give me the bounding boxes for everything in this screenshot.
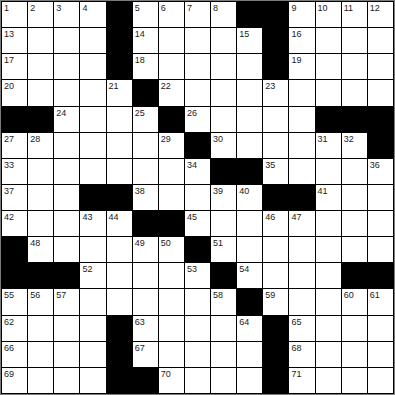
black-cell-r10c1 xyxy=(2,237,27,262)
clue-number-13: 13 xyxy=(4,29,14,39)
black-cell-r5c15 xyxy=(368,107,393,132)
cell-r12c3[interactable]: 57 xyxy=(54,289,79,314)
cell-r13c12[interactable]: 65 xyxy=(289,316,314,341)
cell-r9c8[interactable]: 45 xyxy=(185,211,210,236)
clue-number-10: 10 xyxy=(318,3,328,13)
cell-r14c4[interactable] xyxy=(80,342,105,367)
cell-r4c3[interactable] xyxy=(54,80,79,105)
cell-r1c7[interactable]: 6 xyxy=(159,2,184,27)
cell-r10c14[interactable] xyxy=(342,237,367,262)
cell-r2c9[interactable] xyxy=(211,28,236,53)
black-cell-r10c8 xyxy=(185,237,210,262)
cell-r7c2[interactable] xyxy=(28,159,53,184)
black-cell-r7c10 xyxy=(237,159,262,184)
cell-r6c11[interactable] xyxy=(263,133,288,158)
clue-number-55: 55 xyxy=(4,290,14,300)
cell-r5c12[interactable] xyxy=(289,107,314,132)
cell-r11c8[interactable]: 53 xyxy=(185,263,210,288)
cell-r6c12[interactable] xyxy=(289,133,314,158)
clue-number-54: 54 xyxy=(239,264,249,274)
cell-r12c11[interactable]: 59 xyxy=(263,289,288,314)
cell-r10c7[interactable]: 50 xyxy=(159,237,184,262)
cell-r7c4[interactable] xyxy=(80,159,105,184)
cell-r6c10[interactable] xyxy=(237,133,262,158)
cell-r14c1[interactable]: 66 xyxy=(2,342,27,367)
clue-number-52: 52 xyxy=(82,264,92,274)
cell-r10c13[interactable] xyxy=(316,237,341,262)
cell-r8c15[interactable] xyxy=(368,185,393,210)
clue-number-27: 27 xyxy=(4,134,14,144)
cell-r2c14[interactable] xyxy=(342,28,367,53)
cell-r9c11[interactable]: 46 xyxy=(263,211,288,236)
cell-r4c8[interactable] xyxy=(185,80,210,105)
black-cell-r11c3 xyxy=(54,263,79,288)
clue-number-21: 21 xyxy=(109,81,119,91)
cell-r12c15[interactable]: 61 xyxy=(368,289,393,314)
cell-r10c5[interactable] xyxy=(107,237,132,262)
cell-r7c7[interactable] xyxy=(159,159,184,184)
cell-r1c9[interactable]: 8 xyxy=(211,2,236,27)
cell-r13c7[interactable] xyxy=(159,316,184,341)
clue-number-66: 66 xyxy=(4,343,14,353)
black-cell-r13c11 xyxy=(263,316,288,341)
cell-r4c4[interactable] xyxy=(80,80,105,105)
cell-r5c6[interactable]: 25 xyxy=(133,107,158,132)
clue-number-60: 60 xyxy=(344,290,354,300)
clue-number-62: 62 xyxy=(4,317,14,327)
cell-r8c8[interactable] xyxy=(185,185,210,210)
cell-r4c2[interactable] xyxy=(28,80,53,105)
cell-r13c13[interactable] xyxy=(316,316,341,341)
cell-r9c9[interactable] xyxy=(211,211,236,236)
black-cell-r13c5 xyxy=(107,316,132,341)
cell-r10c11[interactable] xyxy=(263,237,288,262)
cell-r2c8[interactable] xyxy=(185,28,210,53)
cell-r15c10[interactable] xyxy=(237,368,262,393)
cell-r15c7[interactable]: 70 xyxy=(159,368,184,393)
black-cell-r8c4 xyxy=(80,185,105,210)
cell-r10c15[interactable] xyxy=(368,237,393,262)
black-cell-r5c2 xyxy=(28,107,53,132)
cell-r3c7[interactable] xyxy=(159,54,184,79)
black-cell-r15c6 xyxy=(133,368,158,393)
black-cell-r8c5 xyxy=(107,185,132,210)
cell-r6c7[interactable]: 29 xyxy=(159,133,184,158)
clue-number-17: 17 xyxy=(4,55,14,65)
cell-r15c14[interactable] xyxy=(342,368,367,393)
black-cell-r6c8 xyxy=(185,133,210,158)
cell-r14c6[interactable]: 67 xyxy=(133,342,158,367)
cell-r9c3[interactable] xyxy=(54,211,79,236)
cell-r1c8[interactable]: 7 xyxy=(185,2,210,27)
clue-number-23: 23 xyxy=(265,81,275,91)
clue-number-46: 46 xyxy=(265,212,275,222)
black-cell-r11c2 xyxy=(28,263,53,288)
clue-number-30: 30 xyxy=(213,134,223,144)
cell-r12c5[interactable] xyxy=(107,289,132,314)
cell-r15c15[interactable] xyxy=(368,368,393,393)
cell-r3c8[interactable] xyxy=(185,54,210,79)
cell-r9c13[interactable] xyxy=(316,211,341,236)
cell-r6c9[interactable]: 30 xyxy=(211,133,236,158)
cell-r7c11[interactable]: 35 xyxy=(263,159,288,184)
clue-number-22: 22 xyxy=(161,81,171,91)
clue-number-18: 18 xyxy=(135,55,145,65)
clue-number-15: 15 xyxy=(239,29,249,39)
black-cell-r5c13 xyxy=(316,107,341,132)
cell-r2c2[interactable] xyxy=(28,28,53,53)
cell-r10c6[interactable]: 49 xyxy=(133,237,158,262)
clue-number-70: 70 xyxy=(161,369,171,379)
clue-number-20: 20 xyxy=(4,81,14,91)
cell-r10c2[interactable]: 48 xyxy=(28,237,53,262)
cell-r2c7[interactable] xyxy=(159,28,184,53)
cell-r11c11[interactable] xyxy=(263,263,288,288)
cell-r1c6[interactable]: 5 xyxy=(133,2,158,27)
cell-r8c14[interactable] xyxy=(342,185,367,210)
clue-number-63: 63 xyxy=(135,317,145,327)
clue-number-41: 41 xyxy=(318,186,328,196)
cell-r12c2[interactable]: 56 xyxy=(28,289,53,314)
cell-r12c9[interactable]: 58 xyxy=(211,289,236,314)
clue-number-28: 28 xyxy=(30,134,40,144)
cell-r14c13[interactable] xyxy=(316,342,341,367)
black-cell-r1c5 xyxy=(107,2,132,27)
cell-r8c1[interactable]: 37 xyxy=(2,185,27,210)
cell-r6c13[interactable]: 31 xyxy=(316,133,341,158)
cell-r1c12[interactable]: 9 xyxy=(289,2,314,27)
cell-r2c12[interactable]: 16 xyxy=(289,28,314,53)
clue-number-59: 59 xyxy=(265,290,275,300)
clue-number-5: 5 xyxy=(135,3,140,13)
clue-number-8: 8 xyxy=(213,3,218,13)
cell-r15c8[interactable] xyxy=(185,368,210,393)
black-cell-r12c10 xyxy=(237,289,262,314)
clue-number-12: 12 xyxy=(370,3,380,13)
cell-r12c12[interactable] xyxy=(289,289,314,314)
clue-number-64: 64 xyxy=(239,317,249,327)
cell-r3c1[interactable]: 17 xyxy=(2,54,27,79)
cell-r13c8[interactable] xyxy=(185,316,210,341)
clue-number-29: 29 xyxy=(161,134,171,144)
cell-r11c7[interactable] xyxy=(159,263,184,288)
cell-r15c13[interactable] xyxy=(316,368,341,393)
cell-r8c9[interactable]: 39 xyxy=(211,185,236,210)
black-cell-r3c5 xyxy=(107,54,132,79)
cell-r4c13[interactable] xyxy=(316,80,341,105)
clue-number-25: 25 xyxy=(135,108,145,118)
cell-r3c14[interactable] xyxy=(342,54,367,79)
black-cell-r5c7 xyxy=(159,107,184,132)
cell-r5c3[interactable]: 24 xyxy=(54,107,79,132)
cell-r2c3[interactable] xyxy=(54,28,79,53)
black-cell-r2c11 xyxy=(263,28,288,53)
clue-number-51: 51 xyxy=(213,238,223,248)
clue-number-69: 69 xyxy=(4,369,14,379)
clue-number-26: 26 xyxy=(187,108,197,118)
black-cell-r8c11 xyxy=(263,185,288,210)
clue-number-2: 2 xyxy=(30,3,35,13)
cell-r6c1[interactable]: 27 xyxy=(2,133,27,158)
cell-r13c9[interactable] xyxy=(211,316,236,341)
black-cell-r11c9 xyxy=(211,263,236,288)
cell-r4c15[interactable] xyxy=(368,80,393,105)
black-cell-r1c11 xyxy=(263,2,288,27)
cell-r8c7[interactable] xyxy=(159,185,184,210)
cell-r7c3[interactable] xyxy=(54,159,79,184)
clue-number-31: 31 xyxy=(318,134,328,144)
cell-r9c5[interactable]: 44 xyxy=(107,211,132,236)
black-cell-r7c9 xyxy=(211,159,236,184)
black-cell-r9c7 xyxy=(159,211,184,236)
cell-r1c15[interactable]: 12 xyxy=(368,2,393,27)
clue-number-38: 38 xyxy=(135,186,145,196)
cell-r3c15[interactable] xyxy=(368,54,393,79)
clue-number-67: 67 xyxy=(135,343,145,353)
cell-r1c4[interactable]: 4 xyxy=(80,2,105,27)
clue-number-4: 4 xyxy=(82,3,87,13)
cell-r14c7[interactable] xyxy=(159,342,184,367)
cell-r3c9[interactable] xyxy=(211,54,236,79)
clue-number-33: 33 xyxy=(4,160,14,170)
cell-r7c13[interactable] xyxy=(316,159,341,184)
black-cell-r11c15 xyxy=(368,263,393,288)
cell-r10c4[interactable] xyxy=(80,237,105,262)
cell-r14c14[interactable] xyxy=(342,342,367,367)
clue-number-32: 32 xyxy=(344,134,354,144)
cell-r10c10[interactable] xyxy=(237,237,262,262)
cell-r14c15[interactable] xyxy=(368,342,393,367)
cell-r8c2[interactable] xyxy=(28,185,53,210)
cell-r5c10[interactable] xyxy=(237,107,262,132)
cell-r6c2[interactable]: 28 xyxy=(28,133,53,158)
cell-r4c5[interactable]: 21 xyxy=(107,80,132,105)
crossword-board: 1234567891011121314151617181920212223242… xyxy=(0,0,395,395)
cell-r7c6[interactable] xyxy=(133,159,158,184)
clue-number-61: 61 xyxy=(370,290,380,300)
cell-r7c5[interactable] xyxy=(107,159,132,184)
cell-r3c3[interactable] xyxy=(54,54,79,79)
cell-r10c12[interactable] xyxy=(289,237,314,262)
clue-number-36: 36 xyxy=(370,160,380,170)
clue-number-16: 16 xyxy=(291,29,301,39)
cell-r6c4[interactable] xyxy=(80,133,105,158)
cell-r4c7[interactable]: 22 xyxy=(159,80,184,105)
cell-r9c4[interactable]: 43 xyxy=(80,211,105,236)
cell-r1c1[interactable]: 1 xyxy=(2,2,27,27)
cell-r14c9[interactable] xyxy=(211,342,236,367)
cell-r9c12[interactable]: 47 xyxy=(289,211,314,236)
cell-r13c1[interactable]: 62 xyxy=(2,316,27,341)
cell-r8c13[interactable]: 41 xyxy=(316,185,341,210)
cell-r11c13[interactable] xyxy=(316,263,341,288)
black-cell-r14c5 xyxy=(107,342,132,367)
cell-r13c15[interactable] xyxy=(368,316,393,341)
clue-number-44: 44 xyxy=(109,212,119,222)
cell-r10c9[interactable]: 51 xyxy=(211,237,236,262)
clue-number-56: 56 xyxy=(30,290,40,300)
cell-r2c10[interactable]: 15 xyxy=(237,28,262,53)
cell-r4c10[interactable] xyxy=(237,80,262,105)
cell-r10c3[interactable] xyxy=(54,237,79,262)
clue-number-58: 58 xyxy=(213,290,223,300)
cell-r5c8[interactable]: 26 xyxy=(185,107,210,132)
clue-number-3: 3 xyxy=(56,3,61,13)
cell-r15c1[interactable]: 69 xyxy=(2,368,27,393)
clue-number-65: 65 xyxy=(291,317,301,327)
cell-r9c15[interactable] xyxy=(368,211,393,236)
cell-r1c2[interactable]: 2 xyxy=(28,2,53,27)
cell-r2c4[interactable] xyxy=(80,28,105,53)
cell-r3c6[interactable]: 18 xyxy=(133,54,158,79)
cell-r8c10[interactable]: 40 xyxy=(237,185,262,210)
cell-r7c1[interactable]: 33 xyxy=(2,159,27,184)
clue-number-71: 71 xyxy=(291,369,301,379)
clue-number-39: 39 xyxy=(213,186,223,196)
cell-r14c12[interactable]: 68 xyxy=(289,342,314,367)
black-cell-r6c15 xyxy=(368,133,393,158)
cell-r9c10[interactable] xyxy=(237,211,262,236)
cell-r11c6[interactable] xyxy=(133,263,158,288)
cell-r5c4[interactable] xyxy=(80,107,105,132)
clue-number-40: 40 xyxy=(239,186,249,196)
clue-number-7: 7 xyxy=(187,3,192,13)
cell-r15c9[interactable] xyxy=(211,368,236,393)
cell-r8c3[interactable] xyxy=(54,185,79,210)
clue-number-57: 57 xyxy=(56,290,66,300)
cell-r3c13[interactable] xyxy=(316,54,341,79)
cell-r6c6[interactable] xyxy=(133,133,158,158)
cell-r7c15[interactable]: 36 xyxy=(368,159,393,184)
cell-r5c9[interactable] xyxy=(211,107,236,132)
cell-r5c11[interactable] xyxy=(263,107,288,132)
cell-r1c14[interactable]: 11 xyxy=(342,2,367,27)
clue-number-37: 37 xyxy=(4,186,14,196)
cell-r5c5[interactable] xyxy=(107,107,132,132)
cell-r12c6[interactable] xyxy=(133,289,158,314)
cell-r14c3[interactable] xyxy=(54,342,79,367)
black-cell-r4c6 xyxy=(133,80,158,105)
cell-r13c14[interactable] xyxy=(342,316,367,341)
cell-r12c4[interactable] xyxy=(80,289,105,314)
clue-number-6: 6 xyxy=(161,3,166,13)
black-cell-r11c1 xyxy=(2,263,27,288)
cell-r3c12[interactable]: 19 xyxy=(289,54,314,79)
clue-number-42: 42 xyxy=(4,212,14,222)
black-cell-r14c11 xyxy=(263,342,288,367)
clue-number-43: 43 xyxy=(82,212,92,222)
cell-r14c8[interactable] xyxy=(185,342,210,367)
black-cell-r3c11 xyxy=(263,54,288,79)
clue-number-49: 49 xyxy=(135,238,145,248)
clue-number-48: 48 xyxy=(30,238,40,248)
cell-r9c1[interactable]: 42 xyxy=(2,211,27,236)
black-cell-r15c5 xyxy=(107,368,132,393)
cell-r11c5[interactable] xyxy=(107,263,132,288)
cell-r7c12[interactable] xyxy=(289,159,314,184)
clue-number-47: 47 xyxy=(291,212,301,222)
clue-number-45: 45 xyxy=(187,212,197,222)
black-cell-r1c10 xyxy=(237,2,262,27)
clue-number-68: 68 xyxy=(291,343,301,353)
cell-r4c1[interactable]: 20 xyxy=(2,80,27,105)
cell-r15c12[interactable]: 71 xyxy=(289,368,314,393)
black-cell-r11c14 xyxy=(342,263,367,288)
black-cell-r2c5 xyxy=(107,28,132,53)
cell-r13c3[interactable] xyxy=(54,316,79,341)
cell-r2c15[interactable] xyxy=(368,28,393,53)
clue-number-11: 11 xyxy=(344,3,353,13)
cell-r7c14[interactable] xyxy=(342,159,367,184)
cell-r11c10[interactable]: 54 xyxy=(237,263,262,288)
cell-r2c13[interactable] xyxy=(316,28,341,53)
cell-r4c12[interactable] xyxy=(289,80,314,105)
clue-number-53: 53 xyxy=(187,264,197,274)
cell-r2c6[interactable]: 14 xyxy=(133,28,158,53)
cell-r3c10[interactable] xyxy=(237,54,262,79)
black-cell-r5c14 xyxy=(342,107,367,132)
cell-r7c8[interactable]: 34 xyxy=(185,159,210,184)
black-cell-r8c12 xyxy=(289,185,314,210)
cell-r11c4[interactable]: 52 xyxy=(80,263,105,288)
cell-r11c12[interactable] xyxy=(289,263,314,288)
cell-r13c2[interactable] xyxy=(28,316,53,341)
cell-r4c14[interactable] xyxy=(342,80,367,105)
cell-r13c4[interactable] xyxy=(80,316,105,341)
cell-r12c1[interactable]: 55 xyxy=(2,289,27,314)
cell-r13c6[interactable]: 63 xyxy=(133,316,158,341)
cell-r14c10[interactable] xyxy=(237,342,262,367)
black-cell-r9c6 xyxy=(133,211,158,236)
clue-number-14: 14 xyxy=(135,29,145,39)
cell-r13c10[interactable]: 64 xyxy=(237,316,262,341)
cell-r12c8[interactable] xyxy=(185,289,210,314)
clue-number-24: 24 xyxy=(56,108,66,118)
clue-number-50: 50 xyxy=(161,238,171,248)
clue-number-34: 34 xyxy=(187,160,197,170)
black-cell-r15c11 xyxy=(263,368,288,393)
clue-number-9: 9 xyxy=(291,3,296,13)
cell-r9c14[interactable] xyxy=(342,211,367,236)
cell-r4c11[interactable]: 23 xyxy=(263,80,288,105)
clue-number-35: 35 xyxy=(265,160,275,170)
black-cell-r5c1 xyxy=(2,107,27,132)
cell-r6c14[interactable]: 32 xyxy=(342,133,367,158)
cell-r6c5[interactable] xyxy=(107,133,132,158)
clue-number-19: 19 xyxy=(291,55,301,65)
cell-r2c1[interactable]: 13 xyxy=(2,28,27,53)
cell-r12c14[interactable]: 60 xyxy=(342,289,367,314)
cell-r9c2[interactable] xyxy=(28,211,53,236)
cell-r15c2[interactable] xyxy=(28,368,53,393)
cell-r1c13[interactable]: 10 xyxy=(316,2,341,27)
cell-r15c3[interactable] xyxy=(54,368,79,393)
cell-r12c7[interactable] xyxy=(159,289,184,314)
cell-r8c6[interactable]: 38 xyxy=(133,185,158,210)
cell-r3c4[interactable] xyxy=(80,54,105,79)
cell-r12c13[interactable] xyxy=(316,289,341,314)
clue-number-1: 1 xyxy=(4,3,9,13)
cell-r14c2[interactable] xyxy=(28,342,53,367)
cell-r4c9[interactable] xyxy=(211,80,236,105)
cell-r3c2[interactable] xyxy=(28,54,53,79)
cell-r15c4[interactable] xyxy=(80,368,105,393)
cell-r1c3[interactable]: 3 xyxy=(54,2,79,27)
cell-r6c3[interactable] xyxy=(54,133,79,158)
